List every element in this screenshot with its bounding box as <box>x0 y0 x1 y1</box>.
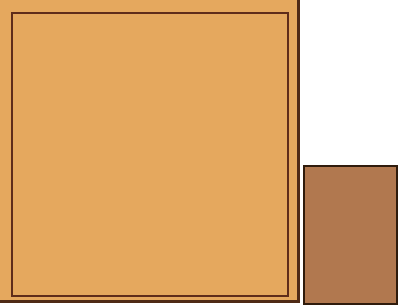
sente-hand-panel <box>303 165 398 305</box>
board-grid-frame <box>11 12 289 297</box>
rank-coordinates <box>290 14 300 295</box>
shogi-diagram <box>0 0 400 308</box>
shogi-board <box>0 0 300 303</box>
file-coordinates <box>13 0 287 12</box>
board-grid <box>13 14 287 295</box>
